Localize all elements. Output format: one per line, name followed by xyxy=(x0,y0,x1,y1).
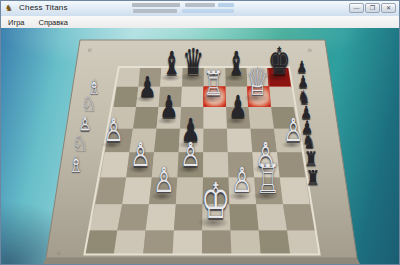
game-scene: ♝♛♝♚♟♟♟♟♖♕♙♙♙♙♙♙♙♖♔♗♘♙♘♗♟♟♞♟♟♞♜♜ « » « xyxy=(1,28,399,264)
pieces-layer: ♝♛♝♚♟♟♟♟♖♕♙♙♙♙♙♙♙♖♔♗♘♙♘♗♟♟♞♟♟♞♜♜ xyxy=(1,28,399,264)
title-bar[interactable]: ♞ Chess Titans —❐✕ xyxy=(1,1,399,17)
piece-white-pawn-b4[interactable]: ♙ xyxy=(130,139,151,172)
piece-black-pawn-b7[interactable]: ♟ xyxy=(139,72,157,101)
menu-item-game[interactable]: Игра xyxy=(1,16,31,28)
close-button[interactable]: ✕ xyxy=(381,3,396,13)
piece-white-pawn-c3[interactable]: ♙ xyxy=(153,164,174,199)
piece-black-bishop-c8[interactable]: ♝ xyxy=(162,48,182,80)
piece-black-king-h8[interactable]: ♚ xyxy=(268,43,290,81)
window-title: Chess Titans xyxy=(19,3,68,12)
menu-item-help[interactable]: Справка xyxy=(31,16,74,28)
chess-titans-window: ♞ Chess Titans —❐✕ ИграСправка ♝♛♝♚♟♟♟♟♖… xyxy=(0,0,400,265)
piece-white-pawn-d4[interactable]: ♙ xyxy=(180,139,201,172)
screenshot-artifact xyxy=(132,3,180,7)
captured-black-rook: ♜ xyxy=(306,168,320,189)
knight-icon: ♞ xyxy=(5,3,15,13)
maximize-button[interactable]: ❐ xyxy=(365,3,380,13)
screenshot-artifact xyxy=(182,9,234,13)
piece-black-queen-d8[interactable]: ♛ xyxy=(182,44,204,80)
piece-white-pawn-a5[interactable]: ♙ xyxy=(104,115,124,147)
piece-black-pawn-c6[interactable]: ♟ xyxy=(160,93,179,123)
captured-white-bishop: ♗ xyxy=(68,154,83,176)
screenshot-artifact xyxy=(185,3,215,7)
piece-white-pawn-f3[interactable]: ♙ xyxy=(231,164,252,199)
minimize-button[interactable]: — xyxy=(349,3,364,13)
screenshot-artifact xyxy=(133,9,177,13)
piece-white-king-e2[interactable]: ♔ xyxy=(201,178,230,227)
window-controls: —❐✕ xyxy=(349,3,396,13)
piece-white-rook-e7[interactable]: ♖ xyxy=(203,67,223,101)
piece-white-rook-g3[interactable]: ♖ xyxy=(256,158,280,199)
piece-white-queen-g7[interactable]: ♕ xyxy=(246,63,269,101)
piece-black-bishop-f8[interactable]: ♝ xyxy=(226,48,246,80)
screenshot-artifact xyxy=(218,3,234,7)
piece-black-pawn-f6[interactable]: ♟ xyxy=(229,93,248,123)
captured-white-knight: ♘ xyxy=(82,94,96,115)
